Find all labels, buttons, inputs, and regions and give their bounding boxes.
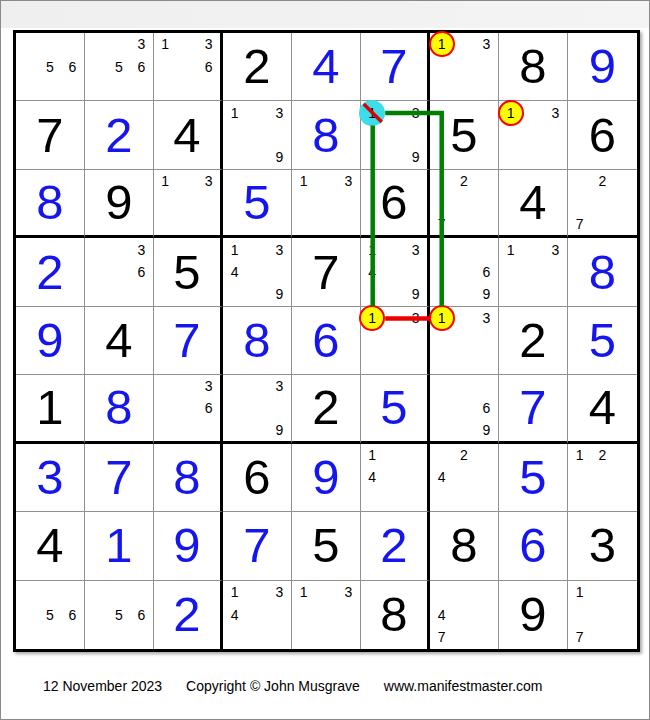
cell-r8c3[interactable]: 9: [154, 512, 223, 580]
footer-website: www.manifestmaster.com: [384, 678, 543, 694]
cell-r5c9[interactable]: 5: [568, 307, 637, 375]
value-digit: 8: [85, 375, 153, 440]
cell-r8c2[interactable]: 1: [85, 512, 154, 580]
candidate-digit: 1: [576, 447, 584, 463]
candidate-digit: 1: [368, 105, 376, 121]
cell-r8c4[interactable]: 7: [223, 512, 292, 580]
candidate-digit: 4: [438, 469, 446, 485]
cell-r1c7[interactable]: 13: [430, 33, 499, 101]
cell-r9c4[interactable]: 134: [223, 581, 292, 649]
value-digit: 5: [292, 512, 360, 579]
value-digit: 9: [16, 307, 84, 374]
value-digit: 9: [292, 444, 360, 511]
candidate-digit: 3: [345, 584, 353, 600]
cell-r7c3[interactable]: 8: [154, 444, 223, 512]
cell-r7c1[interactable]: 3: [16, 444, 85, 512]
cell-r4c3[interactable]: 5: [154, 238, 223, 306]
cell-r4c9[interactable]: 8: [568, 238, 637, 306]
candidate-digit: 1: [368, 447, 376, 463]
candidate-digit: 3: [276, 242, 284, 258]
cell-r6c9[interactable]: 4: [568, 375, 637, 443]
candidate-digit: 2: [460, 447, 468, 463]
cell-r4c8[interactable]: 13: [499, 238, 568, 306]
candidate-digit: 9: [276, 422, 284, 438]
candidate-digit: 9: [276, 149, 284, 165]
cell-r4c4[interactable]: 1349: [223, 238, 292, 306]
value-digit: 3: [16, 444, 84, 511]
value-digit: 8: [499, 33, 567, 100]
candidate-digit: 1: [438, 310, 446, 326]
top-banner: [1, 1, 649, 28]
value-digit: 4: [16, 512, 84, 579]
candidate-digit: 3: [205, 173, 213, 189]
candidate-digit: 3: [205, 378, 213, 394]
cell-r2c7[interactable]: 5: [430, 101, 499, 169]
cell-r1c5[interactable]: 4: [292, 33, 361, 101]
cell-r9c3[interactable]: 2: [154, 581, 223, 649]
cell-r6c5[interactable]: 2: [292, 375, 361, 443]
cell-grid: 5635613624713897241398139513689135136274…: [16, 33, 637, 649]
candidate-digit: 1: [231, 584, 239, 600]
footer: 12 November 2023 Copyright © John Musgra…: [43, 678, 543, 694]
footer-date: 12 November 2023: [43, 678, 162, 694]
value-digit: 2: [223, 33, 291, 100]
cell-r1c9[interactable]: 9: [568, 33, 637, 101]
candidate-digit: 7: [438, 629, 446, 645]
value-digit: 4: [499, 170, 567, 235]
cell-r2c4[interactable]: 139: [223, 101, 292, 169]
cell-r7c5[interactable]: 9: [292, 444, 361, 512]
footer-copyright: Copyright © John Musgrave: [186, 678, 360, 694]
cell-r4c2[interactable]: 36: [85, 238, 154, 306]
value-digit: 7: [154, 307, 220, 374]
value-digit: 5: [499, 444, 567, 511]
value-digit: 8: [292, 101, 360, 168]
cell-r4c7[interactable]: 69: [430, 238, 499, 306]
candidate-digit: 3: [276, 105, 284, 121]
candidate-digit: 5: [115, 607, 123, 623]
cell-r1c4[interactable]: 2: [223, 33, 292, 101]
value-digit: 6: [223, 444, 291, 511]
cell-r7c4[interactable]: 6: [223, 444, 292, 512]
candidate-digit: 5: [115, 59, 123, 75]
candidate-digit: 3: [552, 105, 560, 121]
value-digit: 5: [568, 307, 637, 374]
cell-r3c8[interactable]: 4: [499, 170, 568, 238]
value-digit: 2: [85, 101, 153, 168]
candidate-digit: 6: [138, 607, 146, 623]
cell-r1c6[interactable]: 7: [361, 33, 430, 101]
value-digit: 2: [16, 238, 84, 305]
candidate-digit: 1: [576, 584, 584, 600]
cell-r4c1[interactable]: 2: [16, 238, 85, 306]
value-digit: 1: [85, 512, 153, 579]
cell-r9c9[interactable]: 17: [568, 581, 637, 649]
candidate-digit: 5: [46, 59, 54, 75]
value-digit: 7: [223, 512, 291, 579]
candidate-digit: 1: [507, 105, 515, 121]
value-digit: 7: [499, 375, 567, 440]
candidate-digit: 3: [412, 242, 420, 258]
value-digit: 8: [223, 307, 291, 374]
cell-r8c8[interactable]: 6: [499, 512, 568, 580]
candidate-digit: 1: [507, 242, 515, 258]
value-digit: 7: [361, 33, 427, 100]
cell-r5c5[interactable]: 6: [292, 307, 361, 375]
value-digit: 6: [361, 170, 427, 235]
value-digit: 2: [154, 581, 220, 649]
cell-r5c1[interactable]: 9: [16, 307, 85, 375]
candidate-digit: 1: [161, 36, 169, 52]
cell-r3c1[interactable]: 8: [16, 170, 85, 238]
candidate-digit: 6: [205, 59, 213, 75]
candidate-digit: 4: [438, 607, 446, 623]
cell-r2c3[interactable]: 4: [154, 101, 223, 169]
candidate-digit: 1: [368, 242, 376, 258]
candidate-digit: 9: [483, 422, 491, 438]
cell-r7c8[interactable]: 5: [499, 444, 568, 512]
value-digit: 8: [430, 512, 498, 579]
cell-r8c1[interactable]: 4: [16, 512, 85, 580]
cell-r1c3[interactable]: 136: [154, 33, 223, 101]
candidate-digit: 2: [460, 173, 468, 189]
value-digit: 7: [292, 238, 360, 305]
candidate-digit: 1: [438, 36, 446, 52]
candidate-digit: 4: [368, 469, 376, 485]
candidate-digit: 3: [276, 378, 284, 394]
candidate-digit: 6: [205, 400, 213, 416]
value-digit: 2: [361, 512, 427, 579]
cell-r9c2[interactable]: 56: [85, 581, 154, 649]
cell-r7c9[interactable]: 12: [568, 444, 637, 512]
candidate-digit: 9: [412, 149, 420, 165]
candidate-digit: 7: [438, 216, 446, 232]
cell-r9c8[interactable]: 9: [499, 581, 568, 649]
value-digit: 9: [499, 581, 567, 649]
candidate-digit: 3: [483, 36, 491, 52]
cell-r7c7[interactable]: 24: [430, 444, 499, 512]
candidate-digit: 6: [483, 264, 491, 280]
candidate-digit: 7: [576, 216, 584, 232]
value-digit: 5: [154, 238, 220, 305]
value-digit: 9: [85, 170, 153, 235]
cell-r2c6[interactable]: 139: [361, 101, 430, 169]
candidate-digit: 3: [552, 242, 560, 258]
candidate-digit: 7: [576, 629, 584, 645]
value-digit: 4: [154, 101, 220, 168]
candidate-digit: 3: [138, 36, 146, 52]
candidate-digit: 3: [483, 310, 491, 326]
candidate-digit: 3: [412, 105, 420, 121]
candidate-digit: 6: [69, 607, 77, 623]
cell-r3c5[interactable]: 13: [292, 170, 361, 238]
cell-r6c8[interactable]: 7: [499, 375, 568, 443]
candidate-digit: 4: [231, 607, 239, 623]
candidate-digit: 6: [138, 264, 146, 280]
cell-r6c6[interactable]: 5: [361, 375, 430, 443]
value-digit: 5: [223, 170, 291, 235]
candidate-digit: 3: [276, 584, 284, 600]
cell-r3c3[interactable]: 13: [154, 170, 223, 238]
cell-r8c5[interactable]: 5: [292, 512, 361, 580]
cell-r1c2[interactable]: 356: [85, 33, 154, 101]
cell-r5c2[interactable]: 4: [85, 307, 154, 375]
cell-r8c7[interactable]: 8: [430, 512, 499, 580]
cell-r6c2[interactable]: 8: [85, 375, 154, 443]
cell-r1c1[interactable]: 56: [16, 33, 85, 101]
value-digit: 9: [568, 33, 637, 100]
cell-r3c4[interactable]: 5: [223, 170, 292, 238]
cell-r6c4[interactable]: 39: [223, 375, 292, 443]
candidate-digit: 3: [412, 310, 420, 326]
page-frame: 5635613624713897241398139513689135136274…: [0, 0, 650, 720]
cell-r9c1[interactable]: 56: [16, 581, 85, 649]
candidate-digit: 3: [345, 173, 353, 189]
cell-r5c8[interactable]: 2: [499, 307, 568, 375]
cell-r3c9[interactable]: 27: [568, 170, 637, 238]
candidate-digit: 4: [231, 264, 239, 280]
candidate-digit: 1: [300, 173, 308, 189]
cell-r3c7[interactable]: 27: [430, 170, 499, 238]
candidate-digit: 9: [276, 286, 284, 302]
value-digit: 5: [430, 101, 498, 168]
candidate-digit: 6: [483, 400, 491, 416]
cell-r4c5[interactable]: 7: [292, 238, 361, 306]
candidate-digit: 2: [599, 447, 607, 463]
cell-r9c6[interactable]: 8: [361, 581, 430, 649]
value-digit: 8: [154, 444, 220, 511]
cell-r7c2[interactable]: 7: [85, 444, 154, 512]
value-digit: 6: [568, 101, 637, 168]
candidate-digit: 1: [300, 584, 308, 600]
value-digit: 3: [568, 512, 637, 579]
cell-r3c6[interactable]: 6: [361, 170, 430, 238]
candidate-digit: 1: [161, 173, 169, 189]
cell-r6c3[interactable]: 36: [154, 375, 223, 443]
sudoku-board: 5635613624713897241398139513689135136274…: [13, 30, 640, 652]
cell-r2c9[interactable]: 6: [568, 101, 637, 169]
candidate-digit: 1: [368, 310, 376, 326]
candidate-digit: 9: [483, 286, 491, 302]
value-digit: 4: [568, 375, 637, 440]
value-digit: 8: [361, 581, 427, 649]
value-digit: 9: [154, 512, 220, 579]
value-digit: 2: [292, 375, 360, 440]
value-digit: 5: [361, 375, 427, 440]
cell-r8c9[interactable]: 3: [568, 512, 637, 580]
cell-r5c3[interactable]: 7: [154, 307, 223, 375]
value-digit: 2: [499, 307, 567, 374]
cell-r5c7[interactable]: 13: [430, 307, 499, 375]
cell-r6c1[interactable]: 1: [16, 375, 85, 443]
candidate-digit: 1: [231, 242, 239, 258]
candidate-digit: 4: [368, 264, 376, 280]
cell-r2c2[interactable]: 2: [85, 101, 154, 169]
candidate-digit: 9: [412, 286, 420, 302]
cell-r2c8[interactable]: 13: [499, 101, 568, 169]
value-digit: 4: [292, 33, 360, 100]
value-digit: 4: [85, 307, 153, 374]
candidate-digit: 3: [138, 242, 146, 258]
cell-r3c2[interactable]: 9: [85, 170, 154, 238]
cell-r8c6[interactable]: 2: [361, 512, 430, 580]
value-digit: 7: [85, 444, 153, 511]
cell-r6c7[interactable]: 69: [430, 375, 499, 443]
candidate-digit: 1: [231, 105, 239, 121]
cell-r4c6[interactable]: 1349: [361, 238, 430, 306]
value-digit: 8: [568, 238, 637, 305]
candidate-digit: 3: [205, 36, 213, 52]
value-digit: 6: [499, 512, 567, 579]
candidate-digit: 5: [46, 607, 54, 623]
cell-r2c5[interactable]: 8: [292, 101, 361, 169]
cell-r5c6[interactable]: 13: [361, 307, 430, 375]
candidate-digit: 6: [69, 59, 77, 75]
cell-r5c4[interactable]: 8: [223, 307, 292, 375]
value-digit: 1: [16, 375, 84, 440]
cell-r9c7[interactable]: 47: [430, 581, 499, 649]
cell-r1c8[interactable]: 8: [499, 33, 568, 101]
value-digit: 8: [16, 170, 84, 235]
value-digit: 6: [292, 307, 360, 374]
candidate-digit: 2: [599, 173, 607, 189]
cell-r2c1[interactable]: 7: [16, 101, 85, 169]
cell-r9c5[interactable]: 13: [292, 581, 361, 649]
value-digit: 7: [16, 101, 84, 168]
candidate-digit: 6: [138, 59, 146, 75]
cell-r7c6[interactable]: 14: [361, 444, 430, 512]
